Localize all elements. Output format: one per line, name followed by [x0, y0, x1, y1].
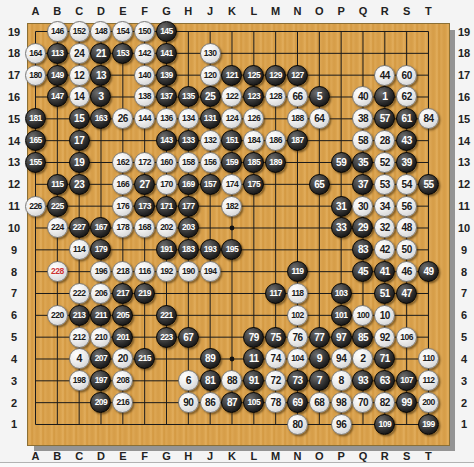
stone-l4-move-11: 11	[243, 348, 264, 369]
stone-o12-move-65: 65	[309, 174, 330, 195]
stone-c4-move-4: 4	[69, 348, 90, 369]
col-label-bottom-o: O	[315, 449, 324, 463]
col-label-top-m: M	[271, 4, 280, 18]
col-label-bottom-k: K	[228, 449, 236, 463]
stone-d3-move-197: 197	[90, 370, 111, 391]
stone-s10-move-48: 48	[396, 217, 417, 238]
stone-c6-move-213: 213	[69, 305, 90, 326]
stone-g19-move-145: 145	[156, 21, 177, 42]
stone-j8-move-194: 194	[200, 261, 221, 282]
stone-s17-move-60: 60	[396, 65, 417, 86]
stone-l3-move-91: 91	[243, 370, 264, 391]
stone-l5-move-79: 79	[243, 327, 264, 348]
stone-c5-move-212: 212	[69, 327, 90, 348]
stone-l16-move-123: 123	[243, 86, 264, 107]
stone-g10-move-202: 202	[156, 217, 177, 238]
stone-d4-move-207: 207	[90, 348, 111, 369]
col-label-top-n: N	[294, 4, 302, 18]
stone-p6-move-101: 101	[331, 305, 352, 326]
row-label-left-18: 18	[3, 46, 25, 60]
stone-a15-move-181: 181	[25, 108, 46, 129]
stone-d8-move-196: 196	[90, 261, 111, 282]
stone-c3-move-198: 198	[69, 370, 90, 391]
stone-e15-move-26: 26	[112, 108, 133, 129]
stone-p10-move-33: 33	[331, 217, 352, 238]
stone-c9-move-114: 114	[69, 239, 90, 260]
stone-q9-move-83: 83	[352, 239, 373, 260]
stone-b12-move-115: 115	[47, 174, 68, 195]
stone-m13-move-189: 189	[265, 152, 286, 173]
row-label-left-6: 6	[3, 308, 25, 322]
stone-g16-move-137: 137	[156, 86, 177, 107]
stone-o4-move-9: 9	[309, 348, 330, 369]
stone-h5-move-67: 67	[178, 327, 199, 348]
col-label-bottom-b: B	[53, 449, 61, 463]
stone-h2-move-90: 90	[178, 392, 199, 413]
stone-q6-move-100: 100	[352, 305, 373, 326]
stone-s8-move-46: 46	[396, 261, 417, 282]
row-label-left-19: 19	[3, 25, 25, 39]
row-label-left-4: 4	[3, 352, 25, 366]
stone-f17-move-140: 140	[134, 65, 155, 86]
stone-r11-move-34: 34	[374, 196, 395, 217]
stone-s3-move-107: 107	[396, 370, 417, 391]
stone-f12-move-27: 27	[134, 174, 155, 195]
stone-t1-move-199: 199	[418, 414, 439, 435]
stone-p5-move-97: 97	[331, 327, 352, 348]
stone-d9-move-179: 179	[90, 239, 111, 260]
stone-q5-move-85: 85	[352, 327, 373, 348]
col-label-bottom-t: T	[425, 449, 432, 463]
stone-e12-move-166: 166	[112, 174, 133, 195]
col-label-bottom-s: S	[403, 449, 410, 463]
stone-d16-move-3: 3	[90, 86, 111, 107]
stone-c7-move-222: 222	[69, 283, 90, 304]
stone-m17-move-129: 129	[265, 65, 286, 86]
stone-m2-move-78: 78	[265, 392, 286, 413]
row-label-left-15: 15	[3, 112, 25, 126]
stone-g9-move-191: 191	[156, 239, 177, 260]
row-label-left-14: 14	[3, 134, 25, 148]
stone-s15-move-61: 61	[396, 108, 417, 129]
col-label-bottom-l: L	[250, 449, 257, 463]
col-label-bottom-g: G	[162, 449, 171, 463]
stone-r6-move-10: 10	[374, 305, 395, 326]
row-label-left-12: 12	[3, 177, 25, 191]
stone-o16-move-5: 5	[309, 86, 330, 107]
col-label-top-p: P	[337, 4, 344, 18]
row-label-right-3: 3	[453, 374, 474, 388]
stone-k14-move-151: 151	[221, 130, 242, 151]
stone-q4-move-2: 2	[352, 348, 373, 369]
stone-m5-move-75: 75	[265, 327, 286, 348]
col-label-bottom-h: H	[184, 449, 192, 463]
stone-f13-move-172: 172	[134, 152, 155, 173]
row-label-right-15: 15	[453, 112, 474, 126]
col-label-top-j: J	[207, 4, 213, 18]
stone-c17-move-12: 12	[69, 65, 90, 86]
stone-l17-move-125: 125	[243, 65, 264, 86]
stone-h15-move-134: 134	[178, 108, 199, 129]
col-label-bottom-e: E	[119, 449, 126, 463]
col-label-bottom-m: M	[271, 449, 280, 463]
col-label-top-e: E	[119, 4, 126, 18]
row-label-right-8: 8	[453, 265, 474, 279]
stone-g17-move-139: 139	[156, 65, 177, 86]
stone-r15-move-57: 57	[374, 108, 395, 129]
row-label-right-6: 6	[453, 308, 474, 322]
stone-b11-move-225: 225	[47, 196, 68, 217]
stone-d6-move-211: 211	[90, 305, 111, 326]
stone-n15-move-188: 188	[287, 108, 308, 129]
stone-n8-move-119: 119	[287, 261, 308, 282]
row-label-left-1: 1	[3, 417, 25, 431]
stone-d10-move-167: 167	[90, 217, 111, 238]
stone-f4-move-215: 215	[134, 348, 155, 369]
stone-r10-move-32: 32	[374, 217, 395, 238]
stone-q13-move-35: 35	[352, 152, 373, 173]
stone-q12-move-37: 37	[352, 174, 373, 195]
star-point-k10	[230, 226, 235, 231]
stone-d5-move-210: 210	[90, 327, 111, 348]
stone-n1-move-80: 80	[287, 414, 308, 435]
row-label-left-8: 8	[3, 265, 25, 279]
row-label-right-14: 14	[453, 134, 474, 148]
stone-k17-move-121: 121	[221, 65, 242, 86]
stone-g15-move-136: 136	[156, 108, 177, 129]
stone-q14-move-58: 58	[352, 130, 373, 151]
stone-h8-move-190: 190	[178, 261, 199, 282]
stone-s7-move-47: 47	[396, 283, 417, 304]
row-label-right-16: 16	[453, 90, 474, 104]
stone-a14-move-165: 165	[25, 130, 46, 151]
row-label-left-2: 2	[3, 396, 25, 410]
stone-h10-move-203: 203	[178, 217, 199, 238]
stone-t15-move-84: 84	[418, 108, 439, 129]
stone-s13-move-39: 39	[396, 152, 417, 173]
stone-n3-move-73: 73	[287, 370, 308, 391]
col-label-bottom-q: Q	[359, 449, 368, 463]
col-label-top-k: K	[228, 4, 236, 18]
stone-d2-move-209: 209	[90, 392, 111, 413]
stone-g14-move-143: 143	[156, 130, 177, 151]
stone-j16-move-25: 25	[200, 86, 221, 107]
stone-e7-move-217: 217	[112, 283, 133, 304]
stone-g11-move-171: 171	[156, 196, 177, 217]
stone-m16-move-128: 128	[265, 86, 286, 107]
stone-a13-move-155: 155	[25, 152, 46, 173]
stone-c10-move-227: 227	[69, 217, 90, 238]
stone-l14-move-184: 184	[243, 130, 264, 151]
stone-r8-move-41: 41	[374, 261, 395, 282]
stone-m4-move-74: 74	[265, 348, 286, 369]
stone-p3-move-8: 8	[331, 370, 352, 391]
stone-h9-move-183: 183	[178, 239, 199, 260]
row-label-right-18: 18	[453, 46, 474, 60]
stone-r16-move-1: 1	[374, 86, 395, 107]
stone-t2-move-200: 200	[418, 392, 439, 413]
stone-d18-move-21: 21	[90, 43, 111, 64]
go-board[interactable]: 1461521481541501451641132421153142141130…	[28, 24, 449, 445]
stone-j2-move-86: 86	[200, 392, 221, 413]
stone-e8-move-218: 218	[112, 261, 133, 282]
stone-j18-move-130: 130	[200, 43, 221, 64]
col-label-bottom-p: P	[337, 449, 344, 463]
stone-t3-move-112: 112	[418, 370, 439, 391]
stone-f10-move-168: 168	[134, 217, 155, 238]
col-label-bottom-d: D	[97, 449, 105, 463]
stone-b6-move-220: 220	[47, 305, 68, 326]
row-label-right-7: 7	[453, 286, 474, 300]
stone-j13-move-156: 156	[200, 152, 221, 173]
star-point-k4	[230, 357, 235, 362]
stone-g12-move-170: 170	[156, 174, 177, 195]
stone-r9-move-42: 42	[374, 239, 395, 260]
stone-k3-move-88: 88	[221, 370, 242, 391]
stone-k16-move-122: 122	[221, 86, 242, 107]
row-label-left-16: 16	[3, 90, 25, 104]
stone-o15-move-64: 64	[309, 108, 330, 129]
stone-e6-move-205: 205	[112, 305, 133, 326]
stone-g18-move-141: 141	[156, 43, 177, 64]
stone-r7-move-51: 51	[374, 283, 395, 304]
stone-r17-move-44: 44	[374, 65, 395, 86]
col-label-top-d: D	[97, 4, 105, 18]
stone-g5-move-223: 223	[156, 327, 177, 348]
stone-p1-move-96: 96	[331, 414, 352, 435]
stone-g6-move-221: 221	[156, 305, 177, 326]
stone-q10-move-29: 29	[352, 217, 373, 238]
stone-o5-move-77: 77	[309, 327, 330, 348]
row-label-right-11: 11	[453, 199, 474, 213]
stone-r13-move-52: 52	[374, 152, 395, 173]
stone-k12-move-174: 174	[221, 174, 242, 195]
stone-a11-move-226: 226	[25, 196, 46, 217]
row-label-right-12: 12	[453, 177, 474, 191]
stone-s16-move-62: 62	[396, 86, 417, 107]
stone-b19-move-146: 146	[47, 21, 68, 42]
stone-q3-move-93: 93	[352, 370, 373, 391]
stone-f11-move-173: 173	[134, 196, 155, 217]
row-label-left-7: 7	[3, 286, 25, 300]
row-label-right-13: 13	[453, 155, 474, 169]
col-label-bottom-c: C	[75, 449, 83, 463]
row-label-right-5: 5	[453, 330, 474, 344]
stone-r1-move-109: 109	[374, 414, 395, 435]
stone-q15-move-38: 38	[352, 108, 373, 129]
stone-j3-move-81: 81	[200, 370, 221, 391]
stone-d15-move-163: 163	[90, 108, 111, 129]
stone-k2-move-87: 87	[221, 392, 242, 413]
stone-o2-move-68: 68	[309, 392, 330, 413]
col-label-top-c: C	[75, 4, 83, 18]
row-label-left-3: 3	[3, 374, 25, 388]
stone-m14-move-186: 186	[265, 130, 286, 151]
col-label-bottom-a: A	[32, 449, 40, 463]
stone-e11-move-176: 176	[112, 196, 133, 217]
row-label-right-9: 9	[453, 243, 474, 257]
stone-b10-move-224: 224	[47, 217, 68, 238]
stone-o3-move-7: 7	[309, 370, 330, 391]
stone-f8-move-116: 116	[134, 261, 155, 282]
stone-t12-move-55: 55	[418, 174, 439, 195]
col-label-top-o: O	[315, 4, 324, 18]
stone-p2-move-98: 98	[331, 392, 352, 413]
stone-f18-move-142: 142	[134, 43, 155, 64]
stone-j4-move-89: 89	[200, 348, 221, 369]
stone-l13-move-185: 185	[243, 152, 264, 173]
stone-a18-move-164: 164	[25, 43, 46, 64]
stone-t8-move-49: 49	[418, 261, 439, 282]
stone-n5-move-76: 76	[287, 327, 308, 348]
stone-q11-move-30: 30	[352, 196, 373, 217]
col-label-top-r: R	[381, 4, 389, 18]
stone-s2-move-99: 99	[396, 392, 417, 413]
col-label-top-t: T	[425, 4, 432, 18]
stone-e3-move-208: 208	[112, 370, 133, 391]
stone-q2-move-70: 70	[352, 392, 373, 413]
stone-n2-move-69: 69	[287, 392, 308, 413]
stone-a17-move-180: 180	[25, 65, 46, 86]
row-label-right-19: 19	[453, 25, 474, 39]
stone-c19-move-152: 152	[69, 21, 90, 42]
stone-c16-move-14: 14	[69, 86, 90, 107]
stone-k9-move-195: 195	[221, 239, 242, 260]
stone-q16-move-40: 40	[352, 86, 373, 107]
stone-h3-move-6: 6	[178, 370, 199, 391]
stone-n4-move-104: 104	[287, 348, 308, 369]
stone-j17-move-120: 120	[200, 65, 221, 86]
row-label-left-5: 5	[3, 330, 25, 344]
stone-c12-move-23: 23	[69, 174, 90, 195]
stone-r14-move-28: 28	[374, 130, 395, 151]
stone-j9-move-193: 193	[200, 239, 221, 260]
stone-b17-move-149: 149	[47, 65, 68, 86]
stone-s5-move-106: 106	[396, 327, 417, 348]
col-label-bottom-r: R	[381, 449, 389, 463]
stone-k15-move-124: 124	[221, 108, 242, 129]
stone-h14-move-133: 133	[178, 130, 199, 151]
stone-h12-move-169: 169	[178, 174, 199, 195]
stone-h16-move-135: 135	[178, 86, 199, 107]
col-label-top-l: L	[250, 4, 257, 18]
stone-g8-move-192: 192	[156, 261, 177, 282]
row-label-left-13: 13	[3, 155, 25, 169]
row-label-left-9: 9	[3, 243, 25, 257]
stone-e4-move-20: 20	[112, 348, 133, 369]
stone-g13-move-160: 160	[156, 152, 177, 173]
stone-q8-move-45: 45	[352, 261, 373, 282]
stone-m7-move-117: 117	[265, 283, 286, 304]
stone-f16-move-138: 138	[134, 86, 155, 107]
stone-r5-move-92: 92	[374, 327, 395, 348]
stone-c15-move-15: 15	[69, 108, 90, 129]
row-label-right-4: 4	[453, 352, 474, 366]
window-bottom-edge	[0, 462, 474, 467]
stone-p7-move-103: 103	[331, 283, 352, 304]
stone-m3-move-72: 72	[265, 370, 286, 391]
stone-t4-move-110: 110	[418, 348, 439, 369]
stone-n17-move-127: 127	[287, 65, 308, 86]
stone-e5-move-201: 201	[112, 327, 133, 348]
col-label-bottom-n: N	[294, 449, 302, 463]
stone-k11-move-182: 182	[221, 196, 242, 217]
col-label-top-a: A	[32, 4, 40, 18]
col-label-top-g: G	[162, 4, 171, 18]
stone-b18-move-113: 113	[47, 43, 68, 64]
stone-s12-move-54: 54	[396, 174, 417, 195]
stone-j14-move-132: 132	[200, 130, 221, 151]
stone-s14-move-43: 43	[396, 130, 417, 151]
stone-n6-move-102: 102	[287, 305, 308, 326]
stone-s9-move-50: 50	[396, 239, 417, 260]
stone-p13-move-59: 59	[331, 152, 352, 173]
stone-e18-move-153: 153	[112, 43, 133, 64]
stone-e19-move-154: 154	[112, 21, 133, 42]
stone-r3-move-63: 63	[374, 370, 395, 391]
stone-f19-move-150: 150	[134, 21, 155, 42]
stone-l2-move-105: 105	[243, 392, 264, 413]
stone-n7-move-118: 118	[287, 283, 308, 304]
stone-h11-move-177: 177	[178, 196, 199, 217]
stone-h13-move-158: 158	[178, 152, 199, 173]
stone-d17-move-13: 13	[90, 65, 111, 86]
row-label-left-17: 17	[3, 68, 25, 82]
stone-f15-move-144: 144	[134, 108, 155, 129]
stone-f7-move-219: 219	[134, 283, 155, 304]
stone-b16-move-147: 147	[47, 86, 68, 107]
col-label-top-s: S	[403, 4, 410, 18]
col-label-top-b: B	[53, 4, 61, 18]
stone-d7-move-206: 206	[90, 283, 111, 304]
stone-c18-move-24: 24	[69, 43, 90, 64]
last-move-stone-b8-move-228: 228	[47, 261, 68, 282]
stone-s11-move-56: 56	[396, 196, 417, 217]
stone-l15-move-126: 126	[243, 108, 264, 129]
stone-k13-move-159: 159	[221, 152, 242, 173]
stone-p4-move-94: 94	[331, 348, 352, 369]
col-label-bottom-j: J	[207, 449, 213, 463]
stone-c14-move-17: 17	[69, 130, 90, 151]
stone-r2-move-82: 82	[374, 392, 395, 413]
row-label-right-2: 2	[453, 396, 474, 410]
go-game-record-window: ABCDEFGHJKLMNOPQRST ABCDEFGHJKLMNOPQRST …	[0, 0, 474, 467]
stone-n14-move-187: 187	[287, 130, 308, 151]
row-label-left-11: 11	[3, 199, 25, 213]
stone-e10-move-178: 178	[112, 217, 133, 238]
stone-p11-move-31: 31	[331, 196, 352, 217]
col-label-top-h: H	[184, 4, 192, 18]
stone-r4-move-71: 71	[374, 348, 395, 369]
row-label-right-17: 17	[453, 68, 474, 82]
stone-e13-move-162: 162	[112, 152, 133, 173]
col-label-top-f: F	[141, 4, 148, 18]
row-label-right-10: 10	[453, 221, 474, 235]
stone-d19-move-148: 148	[90, 21, 111, 42]
stone-r12-move-53: 53	[374, 174, 395, 195]
row-label-left-10: 10	[3, 221, 25, 235]
row-label-right-1: 1	[453, 417, 474, 431]
stone-j15-move-131: 131	[200, 108, 221, 129]
stone-e2-move-216: 216	[112, 392, 133, 413]
stone-c13-move-19: 19	[69, 152, 90, 173]
col-label-bottom-f: F	[141, 449, 148, 463]
stone-j12-move-157: 157	[200, 174, 221, 195]
stone-l12-move-175: 175	[243, 174, 264, 195]
col-label-top-q: Q	[359, 4, 368, 18]
stone-n16-move-66: 66	[287, 86, 308, 107]
